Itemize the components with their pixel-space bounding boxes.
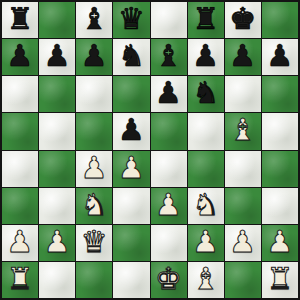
square-a7[interactable]: ♟ [2, 39, 38, 75]
square-b6[interactable] [39, 76, 75, 112]
square-g4[interactable] [225, 151, 261, 187]
square-a5[interactable] [2, 113, 38, 149]
piece-black-pawn: ♟ [81, 41, 108, 71]
piece-black-pawn: ♟ [7, 41, 34, 71]
piece-white-bishop: ♝ [192, 264, 219, 294]
square-d7[interactable]: ♞ [113, 39, 149, 75]
piece-black-rook: ♜ [192, 4, 219, 34]
square-b1[interactable] [39, 262, 75, 298]
square-d2[interactable] [113, 225, 149, 261]
square-f6[interactable]: ♞ [188, 76, 224, 112]
piece-white-pawn: ♟ [118, 153, 145, 183]
piece-black-bishop: ♝ [81, 4, 108, 34]
square-d4[interactable]: ♟ [113, 151, 149, 187]
piece-white-queen: ♛ [81, 227, 108, 257]
piece-white-pawn: ♟ [229, 227, 256, 257]
piece-black-pawn: ♟ [118, 115, 145, 145]
piece-black-knight: ♞ [118, 41, 145, 71]
piece-black-pawn: ♟ [192, 41, 219, 71]
square-a6[interactable] [2, 76, 38, 112]
piece-black-queen: ♛ [118, 4, 145, 34]
piece-white-knight: ♞ [192, 190, 219, 220]
square-d8[interactable]: ♛ [113, 2, 149, 38]
square-h3[interactable] [262, 188, 298, 224]
square-f4[interactable] [188, 151, 224, 187]
square-a8[interactable]: ♜ [2, 2, 38, 38]
square-c6[interactable] [76, 76, 112, 112]
square-d1[interactable] [113, 262, 149, 298]
square-b8[interactable] [39, 2, 75, 38]
square-e1[interactable]: ♚ [151, 262, 187, 298]
piece-white-king: ♚ [155, 264, 182, 294]
piece-white-pawn: ♟ [81, 153, 108, 183]
piece-black-bishop: ♝ [155, 41, 182, 71]
chess-board: ♜♝♛♜♚♟♟♟♞♝♟♟♟♟♞♟♝♟♟♞♟♞♟♟♛♟♟♟♜♚♝♜ [0, 0, 300, 300]
square-c4[interactable]: ♟ [76, 151, 112, 187]
square-c5[interactable] [76, 113, 112, 149]
square-e6[interactable]: ♟ [151, 76, 187, 112]
square-h8[interactable] [262, 2, 298, 38]
piece-black-knight: ♞ [192, 78, 219, 108]
square-c3[interactable]: ♞ [76, 188, 112, 224]
square-c8[interactable]: ♝ [76, 2, 112, 38]
square-e3[interactable]: ♟ [151, 188, 187, 224]
piece-white-pawn: ♟ [7, 227, 34, 257]
square-h7[interactable]: ♟ [262, 39, 298, 75]
square-g6[interactable] [225, 76, 261, 112]
piece-black-rook: ♜ [7, 4, 34, 34]
square-g8[interactable]: ♚ [225, 2, 261, 38]
square-g2[interactable]: ♟ [225, 225, 261, 261]
square-e7[interactable]: ♝ [151, 39, 187, 75]
square-b4[interactable] [39, 151, 75, 187]
square-b2[interactable]: ♟ [39, 225, 75, 261]
square-f1[interactable]: ♝ [188, 262, 224, 298]
piece-black-pawn: ♟ [229, 41, 256, 71]
square-a1[interactable]: ♜ [2, 262, 38, 298]
piece-black-king: ♚ [229, 4, 256, 34]
square-h6[interactable] [262, 76, 298, 112]
square-b3[interactable] [39, 188, 75, 224]
square-h4[interactable] [262, 151, 298, 187]
piece-white-rook: ♜ [7, 264, 34, 294]
square-h2[interactable]: ♟ [262, 225, 298, 261]
square-g5[interactable]: ♝ [225, 113, 261, 149]
square-g7[interactable]: ♟ [225, 39, 261, 75]
square-g1[interactable] [225, 262, 261, 298]
square-d5[interactable]: ♟ [113, 113, 149, 149]
square-f5[interactable] [188, 113, 224, 149]
square-g3[interactable] [225, 188, 261, 224]
square-e4[interactable] [151, 151, 187, 187]
square-e2[interactable] [151, 225, 187, 261]
square-c2[interactable]: ♛ [76, 225, 112, 261]
square-f7[interactable]: ♟ [188, 39, 224, 75]
piece-white-bishop: ♝ [229, 115, 256, 145]
square-c1[interactable] [76, 262, 112, 298]
piece-black-pawn: ♟ [266, 41, 293, 71]
square-e8[interactable] [151, 2, 187, 38]
square-d6[interactable] [113, 76, 149, 112]
square-d3[interactable] [113, 188, 149, 224]
square-f8[interactable]: ♜ [188, 2, 224, 38]
square-f3[interactable]: ♞ [188, 188, 224, 224]
piece-white-pawn: ♟ [266, 227, 293, 257]
square-a3[interactable] [2, 188, 38, 224]
square-b7[interactable]: ♟ [39, 39, 75, 75]
piece-white-knight: ♞ [81, 190, 108, 220]
piece-black-pawn: ♟ [155, 78, 182, 108]
piece-white-pawn: ♟ [44, 227, 71, 257]
piece-black-pawn: ♟ [44, 41, 71, 71]
square-a4[interactable] [2, 151, 38, 187]
square-b5[interactable] [39, 113, 75, 149]
piece-white-rook: ♜ [266, 264, 293, 294]
square-c7[interactable]: ♟ [76, 39, 112, 75]
piece-white-pawn: ♟ [155, 190, 182, 220]
square-f2[interactable]: ♟ [188, 225, 224, 261]
square-h5[interactable] [262, 113, 298, 149]
square-e5[interactable] [151, 113, 187, 149]
square-a2[interactable]: ♟ [2, 225, 38, 261]
square-h1[interactable]: ♜ [262, 262, 298, 298]
piece-white-pawn: ♟ [192, 227, 219, 257]
